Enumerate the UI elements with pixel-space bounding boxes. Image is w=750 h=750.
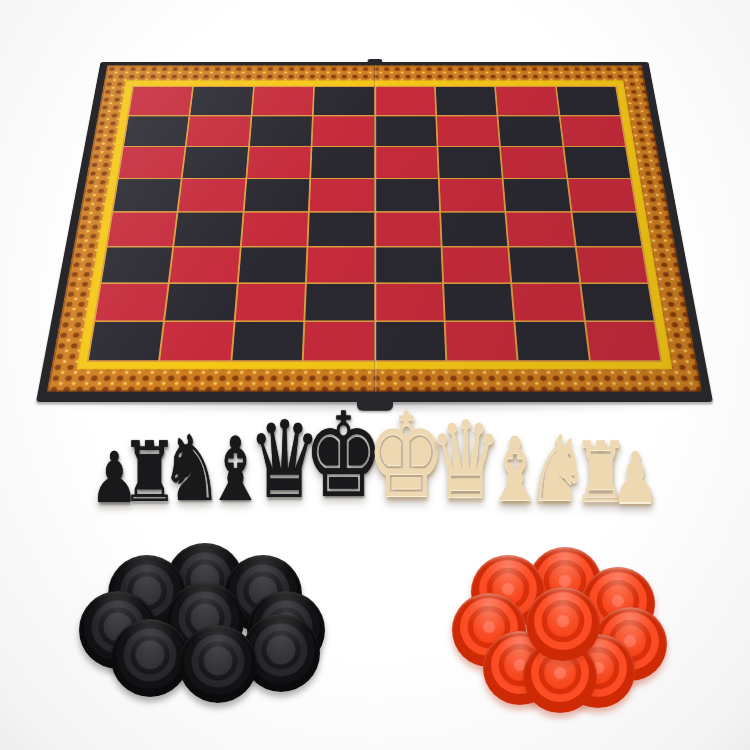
board-square bbox=[516, 322, 589, 360]
board-square bbox=[586, 322, 660, 360]
board-square bbox=[501, 147, 566, 178]
board-square bbox=[576, 247, 647, 282]
board-square bbox=[507, 213, 575, 246]
board-square bbox=[183, 147, 248, 178]
board-square bbox=[308, 213, 373, 246]
board-square bbox=[509, 247, 578, 282]
board-square bbox=[113, 179, 181, 211]
board-square bbox=[375, 213, 440, 246]
board-square bbox=[232, 322, 303, 360]
board-square bbox=[304, 322, 374, 360]
checker-disc-black bbox=[111, 619, 189, 697]
chess-pieces-row: ♟♜♞♝♛♚♚♛♝♞♜♟ bbox=[0, 402, 750, 514]
board-square bbox=[175, 213, 243, 246]
board-square bbox=[179, 179, 245, 211]
checker-disc-black bbox=[179, 625, 257, 703]
board-square bbox=[375, 87, 435, 115]
board-square bbox=[375, 116, 436, 145]
board-square bbox=[252, 87, 313, 115]
board-square bbox=[375, 179, 439, 211]
board-square bbox=[446, 322, 517, 360]
board-black-edge bbox=[36, 62, 713, 402]
board-square bbox=[512, 284, 583, 321]
board-square bbox=[95, 284, 168, 321]
scene: ♟♜♞♝♛♚♚♛♝♞♜♟ bbox=[0, 0, 750, 750]
board-square bbox=[375, 147, 437, 178]
board-square bbox=[313, 116, 374, 145]
checker-disc-red bbox=[526, 587, 600, 661]
board-square bbox=[119, 147, 185, 178]
board-square bbox=[581, 284, 654, 321]
board-square bbox=[305, 284, 373, 321]
board-square bbox=[247, 147, 311, 178]
board-square bbox=[170, 247, 239, 282]
checkerboard bbox=[36, 62, 713, 402]
board-square bbox=[444, 284, 514, 321]
board-square bbox=[187, 116, 251, 145]
board-square bbox=[191, 87, 253, 115]
board-square bbox=[375, 322, 445, 360]
board-grid bbox=[87, 86, 663, 362]
decorative-border bbox=[47, 65, 702, 391]
chess-piece-cream-pawn: ♟ bbox=[611, 444, 659, 514]
board-square bbox=[235, 284, 305, 321]
board-square bbox=[239, 247, 307, 282]
board-square bbox=[441, 213, 508, 246]
board-square bbox=[375, 247, 442, 282]
yellow-frame bbox=[77, 80, 673, 369]
board-square bbox=[161, 322, 234, 360]
board-square bbox=[108, 213, 177, 246]
board-square bbox=[496, 87, 558, 115]
board-square bbox=[311, 147, 373, 178]
board-square bbox=[244, 179, 309, 211]
board-square bbox=[250, 116, 312, 145]
board-square bbox=[314, 87, 374, 115]
board-square bbox=[242, 213, 309, 246]
board-square bbox=[440, 179, 505, 211]
board-square bbox=[442, 247, 510, 282]
board-square bbox=[504, 179, 570, 211]
board-square bbox=[568, 179, 636, 211]
board-square bbox=[437, 116, 499, 145]
board-square bbox=[560, 116, 625, 145]
board-square bbox=[499, 116, 563, 145]
board-square bbox=[375, 284, 443, 321]
board-square bbox=[307, 247, 374, 282]
board-square bbox=[102, 247, 173, 282]
board-square bbox=[572, 213, 641, 246]
fold-hinge-top bbox=[367, 59, 382, 64]
board-square bbox=[438, 147, 502, 178]
board-square bbox=[165, 284, 236, 321]
board-square bbox=[557, 87, 620, 115]
board-square bbox=[129, 87, 192, 115]
board-square bbox=[124, 116, 189, 145]
board-square bbox=[436, 87, 497, 115]
board-square bbox=[89, 322, 163, 360]
board-square bbox=[310, 179, 374, 211]
board-square bbox=[564, 147, 630, 178]
